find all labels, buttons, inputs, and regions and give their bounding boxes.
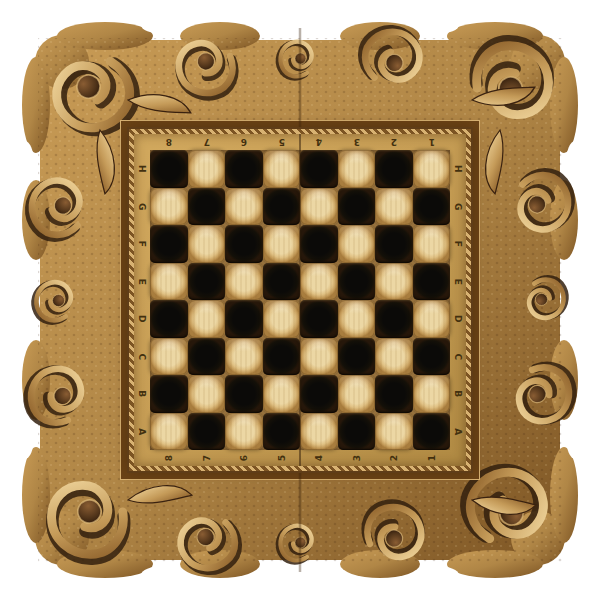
coord-top-3: 3 xyxy=(338,134,376,150)
coord-right-H: H xyxy=(439,161,477,177)
coord-top-2: 2 xyxy=(375,134,413,150)
coord-left-H: H xyxy=(123,161,161,177)
coord-bottom-2: 2 xyxy=(386,439,402,477)
coord-right-B: B xyxy=(439,386,477,402)
square-d2[interactable] xyxy=(375,300,413,338)
coord-left-F: F xyxy=(123,236,161,252)
square-f2[interactable] xyxy=(375,225,413,263)
square-h5[interactable] xyxy=(263,150,301,188)
square-b5[interactable] xyxy=(263,375,301,413)
board-inner: 87654321 87654321 HGFEDCBA HGFEDCBA xyxy=(134,134,466,466)
coord-bottom-5: 5 xyxy=(273,439,289,477)
coord-left-A: A xyxy=(123,423,161,439)
coord-right-G: G xyxy=(439,198,477,214)
square-g7[interactable] xyxy=(188,188,226,226)
square-d7[interactable] xyxy=(188,300,226,338)
coord-left-B: B xyxy=(123,386,161,402)
square-c7[interactable] xyxy=(188,338,226,376)
square-d3[interactable] xyxy=(338,300,376,338)
square-b2[interactable] xyxy=(375,375,413,413)
square-b6[interactable] xyxy=(225,375,263,413)
coord-left-C: C xyxy=(123,348,161,364)
coord-bottom-7: 7 xyxy=(198,439,214,477)
square-g5[interactable] xyxy=(263,188,301,226)
carved-chess-case: 87654321 87654321 HGFEDCBA HGFEDCBA xyxy=(0,0,600,600)
coord-top-5: 5 xyxy=(263,134,301,150)
coord-bottom-8: 8 xyxy=(161,439,177,477)
square-f3[interactable] xyxy=(338,225,376,263)
square-d5[interactable] xyxy=(263,300,301,338)
coord-right-F: F xyxy=(439,236,477,252)
square-g2[interactable] xyxy=(375,188,413,226)
chess-board: 87654321 87654321 HGFEDCBA HGFEDCBA xyxy=(129,129,471,471)
square-g4[interactable] xyxy=(300,188,338,226)
coord-left-G: G xyxy=(123,198,161,214)
square-f5[interactable] xyxy=(263,225,301,263)
square-c2[interactable] xyxy=(375,338,413,376)
coord-right-E: E xyxy=(439,273,477,289)
square-g6[interactable] xyxy=(225,188,263,226)
square-e7[interactable] xyxy=(188,263,226,301)
square-e3[interactable] xyxy=(338,263,376,301)
coord-right-C: C xyxy=(439,348,477,364)
square-c5[interactable] xyxy=(263,338,301,376)
fold-seam xyxy=(299,134,301,466)
coord-bottom-1: 1 xyxy=(423,439,439,477)
coord-left-D: D xyxy=(123,311,161,327)
coord-left-E: E xyxy=(123,273,161,289)
square-h4[interactable] xyxy=(300,150,338,188)
square-h6[interactable] xyxy=(225,150,263,188)
coord-top-7: 7 xyxy=(188,134,226,150)
square-h3[interactable] xyxy=(338,150,376,188)
square-h7[interactable] xyxy=(188,150,226,188)
square-f7[interactable] xyxy=(188,225,226,263)
square-e6[interactable] xyxy=(225,263,263,301)
square-b7[interactable] xyxy=(188,375,226,413)
square-c6[interactable] xyxy=(225,338,263,376)
square-f6[interactable] xyxy=(225,225,263,263)
coord-top-4: 4 xyxy=(300,134,338,150)
file-labels-right: HGFEDCBA xyxy=(450,150,466,450)
square-e2[interactable] xyxy=(375,263,413,301)
square-e5[interactable] xyxy=(263,263,301,301)
square-e4[interactable] xyxy=(300,263,338,301)
square-c4[interactable] xyxy=(300,338,338,376)
coord-top-6: 6 xyxy=(225,134,263,150)
coord-right-D: D xyxy=(439,311,477,327)
square-b3[interactable] xyxy=(338,375,376,413)
coord-bottom-6: 6 xyxy=(236,439,252,477)
coord-right-A: A xyxy=(439,423,477,439)
square-d6[interactable] xyxy=(225,300,263,338)
coord-top-8: 8 xyxy=(150,134,188,150)
square-c3[interactable] xyxy=(338,338,376,376)
file-labels-left: HGFEDCBA xyxy=(134,150,150,450)
coord-top-1: 1 xyxy=(413,134,451,150)
square-d4[interactable] xyxy=(300,300,338,338)
square-g3[interactable] xyxy=(338,188,376,226)
coord-bottom-3: 3 xyxy=(348,439,364,477)
square-f4[interactable] xyxy=(300,225,338,263)
coord-bottom-4: 4 xyxy=(311,439,327,477)
square-b4[interactable] xyxy=(300,375,338,413)
square-h2[interactable] xyxy=(375,150,413,188)
